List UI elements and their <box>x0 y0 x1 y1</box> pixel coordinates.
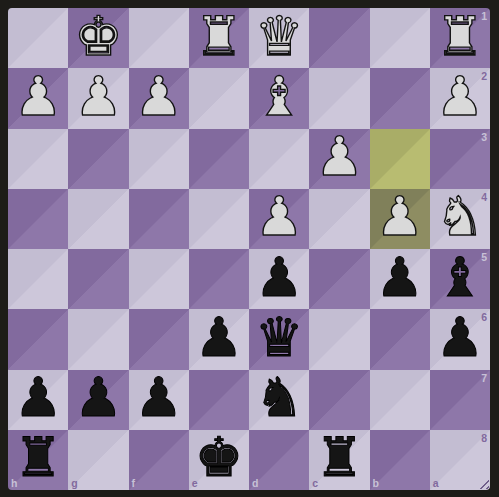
square-a6[interactable]: ♟6 <box>430 309 490 369</box>
square-b2[interactable] <box>370 68 430 128</box>
square-h3[interactable] <box>8 129 68 189</box>
square-h8[interactable]: ♜h <box>8 430 68 490</box>
white-pawn-piece[interactable]: ♟ <box>134 70 182 124</box>
square-e1[interactable]: ♜ <box>189 8 249 68</box>
square-d4[interactable]: ♟ <box>249 189 309 249</box>
white-pawn-piece[interactable]: ♟ <box>255 190 303 244</box>
square-g5[interactable] <box>68 249 128 309</box>
square-h7[interactable]: ♟ <box>8 370 68 430</box>
square-c8[interactable]: ♜c <box>309 430 369 490</box>
rank-label-8: 8 <box>481 432 487 444</box>
square-h4[interactable] <box>8 189 68 249</box>
black-rook-piece[interactable]: ♜ <box>14 431 62 485</box>
square-e7[interactable] <box>189 370 249 430</box>
square-a5[interactable]: ♝5 <box>430 249 490 309</box>
white-knight-piece[interactable]: ♞ <box>436 190 484 244</box>
square-f5[interactable] <box>129 249 189 309</box>
white-pawn-piece[interactable]: ♟ <box>14 70 62 124</box>
square-f7[interactable]: ♟ <box>129 370 189 430</box>
square-c3[interactable]: ♟ <box>309 129 369 189</box>
square-a2[interactable]: ♟2 <box>430 68 490 128</box>
file-label-d: d <box>252 477 258 489</box>
file-label-c: c <box>312 477 318 489</box>
white-king-piece[interactable]: ♚ <box>74 10 122 64</box>
square-c2[interactable] <box>309 68 369 128</box>
square-b3[interactable] <box>370 129 430 189</box>
square-b7[interactable] <box>370 370 430 430</box>
square-e4[interactable] <box>189 189 249 249</box>
file-label-e: e <box>192 477 198 489</box>
square-e2[interactable] <box>189 68 249 128</box>
black-bishop-piece[interactable]: ♝ <box>436 251 484 305</box>
square-g4[interactable] <box>68 189 128 249</box>
rank-label-7: 7 <box>481 372 487 384</box>
square-d5[interactable]: ♟ <box>249 249 309 309</box>
square-g2[interactable]: ♟ <box>68 68 128 128</box>
square-b6[interactable] <box>370 309 430 369</box>
black-queen-piece[interactable]: ♛ <box>255 311 303 365</box>
file-label-b: b <box>373 477 379 489</box>
file-label-f: f <box>132 477 136 489</box>
black-pawn-piece[interactable]: ♟ <box>14 371 62 425</box>
white-pawn-piece[interactable]: ♟ <box>315 130 363 184</box>
square-g7[interactable]: ♟ <box>68 370 128 430</box>
black-rook-piece[interactable]: ♜ <box>315 431 363 485</box>
square-a4[interactable]: ♞4 <box>430 189 490 249</box>
square-c1[interactable] <box>309 8 369 68</box>
square-g8[interactable]: g <box>68 430 128 490</box>
square-g3[interactable] <box>68 129 128 189</box>
square-d2[interactable]: ♝ <box>249 68 309 128</box>
white-pawn-piece[interactable]: ♟ <box>375 190 423 244</box>
square-h1[interactable] <box>8 8 68 68</box>
square-b4[interactable]: ♟ <box>370 189 430 249</box>
square-h2[interactable]: ♟ <box>8 68 68 128</box>
rank-label-3: 3 <box>481 131 487 143</box>
black-pawn-piece[interactable]: ♟ <box>255 251 303 305</box>
black-pawn-piece[interactable]: ♟ <box>375 251 423 305</box>
square-d6[interactable]: ♛ <box>249 309 309 369</box>
black-pawn-piece[interactable]: ♟ <box>436 311 484 365</box>
square-f4[interactable] <box>129 189 189 249</box>
square-b8[interactable]: b <box>370 430 430 490</box>
square-c4[interactable] <box>309 189 369 249</box>
file-label-g: g <box>71 477 77 489</box>
white-rook-piece[interactable]: ♜ <box>436 10 484 64</box>
square-c6[interactable] <box>309 309 369 369</box>
white-queen-piece[interactable]: ♛ <box>255 10 303 64</box>
black-pawn-piece[interactable]: ♟ <box>195 311 243 365</box>
black-pawn-piece[interactable]: ♟ <box>134 371 182 425</box>
white-pawn-piece[interactable]: ♟ <box>436 70 484 124</box>
white-rook-piece[interactable]: ♜ <box>195 10 243 64</box>
black-knight-piece[interactable]: ♞ <box>255 371 303 425</box>
square-f2[interactable]: ♟ <box>129 68 189 128</box>
rank-label-4: 4 <box>481 191 487 203</box>
square-e6[interactable]: ♟ <box>189 309 249 369</box>
square-b5[interactable]: ♟ <box>370 249 430 309</box>
square-c5[interactable] <box>309 249 369 309</box>
rank-label-2: 2 <box>481 70 487 82</box>
square-h5[interactable] <box>8 249 68 309</box>
black-king-piece[interactable]: ♚ <box>195 431 243 485</box>
square-f6[interactable] <box>129 309 189 369</box>
file-label-h: h <box>11 477 17 489</box>
square-g6[interactable] <box>68 309 128 369</box>
square-a1[interactable]: ♜1 <box>430 8 490 68</box>
square-a7[interactable]: 7 <box>430 370 490 430</box>
square-e3[interactable] <box>189 129 249 189</box>
rank-label-5: 5 <box>481 251 487 263</box>
white-bishop-piece[interactable]: ♝ <box>255 70 303 124</box>
rank-label-6: 6 <box>481 311 487 323</box>
square-f3[interactable] <box>129 129 189 189</box>
square-d8[interactable]: d <box>249 430 309 490</box>
square-e5[interactable] <box>189 249 249 309</box>
square-a3[interactable]: 3 <box>430 129 490 189</box>
black-pawn-piece[interactable]: ♟ <box>74 371 122 425</box>
white-pawn-piece[interactable]: ♟ <box>74 70 122 124</box>
square-f8[interactable]: f <box>129 430 189 490</box>
square-a8[interactable]: 8a <box>430 430 490 490</box>
square-g1[interactable]: ♚ <box>68 8 128 68</box>
square-d3[interactable] <box>249 129 309 189</box>
square-b1[interactable] <box>370 8 430 68</box>
square-d7[interactable]: ♞ <box>249 370 309 430</box>
chess-board: ♚♜♛♜1♟♟♟♝♟2♟3♟♟♞4♟♟♝5♟♛♟6♟♟♟♞7♜hgf♚ed♜cb… <box>8 8 490 490</box>
rank-label-1: 1 <box>481 10 487 22</box>
square-d1[interactable]: ♛ <box>249 8 309 68</box>
file-label-a: a <box>433 477 439 489</box>
square-c7[interactable] <box>309 370 369 430</box>
square-f1[interactable] <box>129 8 189 68</box>
square-h6[interactable] <box>8 309 68 369</box>
square-e8[interactable]: ♚e <box>189 430 249 490</box>
